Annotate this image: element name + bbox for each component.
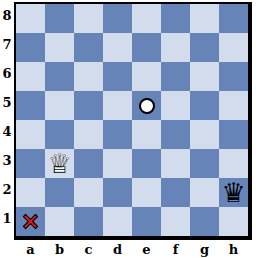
file-label-a: a xyxy=(16,241,45,258)
square-f5[interactable] xyxy=(161,91,190,120)
square-g5[interactable] xyxy=(190,91,219,120)
file-label-c: c xyxy=(74,241,103,258)
x-marker-icon xyxy=(16,207,45,236)
square-h4[interactable] xyxy=(219,120,248,149)
square-f7[interactable] xyxy=(161,33,190,62)
square-h6[interactable] xyxy=(219,62,248,91)
square-c2[interactable] xyxy=(74,178,103,207)
square-b4[interactable] xyxy=(45,120,74,149)
square-c4[interactable] xyxy=(74,120,103,149)
rank-label-1: 1 xyxy=(0,207,14,236)
square-h8[interactable] xyxy=(219,4,248,33)
square-h1[interactable] xyxy=(219,207,248,236)
square-c6[interactable] xyxy=(74,62,103,91)
square-d4[interactable] xyxy=(103,120,132,149)
square-d2[interactable] xyxy=(103,178,132,207)
square-c3[interactable] xyxy=(74,149,103,178)
square-a4[interactable] xyxy=(16,120,45,149)
square-e6[interactable] xyxy=(132,62,161,91)
file-label-d: d xyxy=(103,241,132,258)
square-f2[interactable] xyxy=(161,178,190,207)
file-label-e: e xyxy=(132,241,161,258)
file-label-h: h xyxy=(219,241,248,258)
rank-labels: 8 7 6 5 4 3 2 1 xyxy=(0,4,14,236)
square-h3[interactable] xyxy=(219,149,248,178)
square-a2[interactable] xyxy=(16,178,45,207)
square-c5[interactable] xyxy=(74,91,103,120)
square-g7[interactable] xyxy=(190,33,219,62)
square-d8[interactable] xyxy=(103,4,132,33)
square-e8[interactable] xyxy=(132,4,161,33)
square-b2[interactable] xyxy=(45,178,74,207)
square-g6[interactable] xyxy=(190,62,219,91)
square-e1[interactable] xyxy=(132,207,161,236)
square-b6[interactable] xyxy=(45,62,74,91)
square-d7[interactable] xyxy=(103,33,132,62)
square-b1[interactable] xyxy=(45,207,74,236)
rank-label-2: 2 xyxy=(0,178,14,207)
square-f3[interactable] xyxy=(161,149,190,178)
square-g3[interactable] xyxy=(190,149,219,178)
square-h2[interactable]: ♛ xyxy=(219,178,248,207)
square-a3[interactable] xyxy=(16,149,45,178)
black-queen[interactable]: ♛ xyxy=(219,178,248,207)
file-label-g: g xyxy=(190,241,219,258)
square-c1[interactable] xyxy=(74,207,103,236)
square-a5[interactable] xyxy=(16,91,45,120)
square-h7[interactable] xyxy=(219,33,248,62)
square-b7[interactable] xyxy=(45,33,74,62)
file-label-f: f xyxy=(161,241,190,258)
square-g4[interactable] xyxy=(190,120,219,149)
rank-label-7: 7 xyxy=(0,33,14,62)
square-e4[interactable] xyxy=(132,120,161,149)
board: ♛♕♛ xyxy=(14,2,252,240)
square-e7[interactable] xyxy=(132,33,161,62)
square-a6[interactable] xyxy=(16,62,45,91)
square-a1[interactable] xyxy=(16,207,45,236)
square-h5[interactable] xyxy=(219,91,248,120)
file-label-b: b xyxy=(45,241,74,258)
square-b8[interactable] xyxy=(45,4,74,33)
square-d5[interactable] xyxy=(103,91,132,120)
square-b3[interactable]: ♛♕ xyxy=(45,149,74,178)
square-f8[interactable] xyxy=(161,4,190,33)
rank-label-6: 6 xyxy=(0,62,14,91)
chess-diagram: 8 7 6 5 4 3 2 1 ♛♕♛ a b c d e f g h xyxy=(0,0,256,258)
circle-marker-icon xyxy=(132,91,161,120)
square-a7[interactable] xyxy=(16,33,45,62)
white-circle-icon xyxy=(139,98,155,114)
square-b5[interactable] xyxy=(45,91,74,120)
square-c7[interactable] xyxy=(74,33,103,62)
file-labels: a b c d e f g h xyxy=(16,241,248,258)
square-f1[interactable] xyxy=(161,207,190,236)
square-d6[interactable] xyxy=(103,62,132,91)
square-e5[interactable] xyxy=(132,91,161,120)
rank-label-5: 5 xyxy=(0,91,14,120)
square-f6[interactable] xyxy=(161,62,190,91)
square-e2[interactable] xyxy=(132,178,161,207)
white-queen[interactable]: ♛♕ xyxy=(45,149,74,178)
rank-label-8: 8 xyxy=(0,4,14,33)
red-x-icon xyxy=(22,213,39,230)
square-g8[interactable] xyxy=(190,4,219,33)
square-g2[interactable] xyxy=(190,178,219,207)
square-f4[interactable] xyxy=(161,120,190,149)
square-c8[interactable] xyxy=(74,4,103,33)
square-g1[interactable] xyxy=(190,207,219,236)
square-e3[interactable] xyxy=(132,149,161,178)
rank-label-4: 4 xyxy=(0,120,14,149)
square-d3[interactable] xyxy=(103,149,132,178)
rank-label-3: 3 xyxy=(0,149,14,178)
square-d1[interactable] xyxy=(103,207,132,236)
square-a8[interactable] xyxy=(16,4,45,33)
